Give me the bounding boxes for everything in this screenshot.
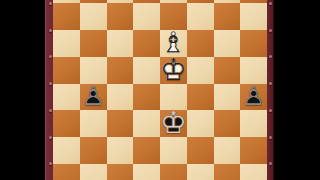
frame-stud bbox=[49, 109, 52, 112]
black-pawn-piece: ♟♙ bbox=[240, 84, 267, 111]
square-h5[interactable] bbox=[240, 57, 267, 84]
square-f5[interactable] bbox=[187, 57, 214, 84]
square-a6[interactable] bbox=[53, 30, 80, 57]
square-e3[interactable]: ♚♔ bbox=[160, 110, 187, 137]
white-bishop-glyph: ♝ bbox=[160, 29, 187, 56]
square-b7[interactable] bbox=[80, 3, 107, 30]
square-e4[interactable] bbox=[160, 84, 187, 111]
square-b1[interactable] bbox=[80, 164, 107, 180]
white-king-glyph: ♚ bbox=[160, 56, 187, 83]
square-e7[interactable] bbox=[160, 3, 187, 30]
square-a2[interactable] bbox=[53, 137, 80, 164]
square-c5[interactable] bbox=[107, 57, 134, 84]
square-h2[interactable] bbox=[240, 137, 267, 164]
square-g2[interactable] bbox=[214, 137, 241, 164]
black-king-glyph: ♚ bbox=[160, 109, 187, 136]
frame-stud bbox=[49, 2, 52, 5]
square-b4[interactable]: ♟♙ bbox=[80, 84, 107, 111]
black-pawn-glyph: ♟ bbox=[80, 83, 107, 110]
square-h3[interactable] bbox=[240, 110, 267, 137]
frame-stud bbox=[269, 109, 272, 112]
square-b3[interactable] bbox=[80, 110, 107, 137]
square-h7[interactable] bbox=[240, 3, 267, 30]
square-d6[interactable] bbox=[133, 30, 160, 57]
white-bishop-outline: ♗ bbox=[160, 29, 187, 56]
square-g1[interactable] bbox=[214, 164, 241, 180]
square-h4[interactable]: ♟♙ bbox=[240, 84, 267, 111]
frame-stud bbox=[269, 82, 272, 85]
square-b5[interactable] bbox=[80, 57, 107, 84]
square-d4[interactable] bbox=[133, 84, 160, 111]
square-f6[interactable] bbox=[187, 30, 214, 57]
square-d1[interactable] bbox=[133, 164, 160, 180]
frame-stud bbox=[49, 55, 52, 58]
white-bishop-piece: ♝♗ bbox=[160, 30, 187, 57]
frame-stud bbox=[49, 136, 52, 139]
white-king-piece: ♚♔ bbox=[160, 57, 187, 84]
black-pawn-glyph: ♟ bbox=[240, 83, 267, 110]
chess-board-frame: ♝♗♚♔♟♙♟♙♚♔ bbox=[45, 0, 274, 180]
square-b2[interactable] bbox=[80, 137, 107, 164]
square-f3[interactable] bbox=[187, 110, 214, 137]
square-b6[interactable] bbox=[80, 30, 107, 57]
black-pawn-outline: ♙ bbox=[80, 83, 107, 110]
square-f1[interactable] bbox=[187, 164, 214, 180]
square-a5[interactable] bbox=[53, 57, 80, 84]
square-g6[interactable] bbox=[214, 30, 241, 57]
square-c1[interactable] bbox=[107, 164, 134, 180]
frame-stud bbox=[49, 162, 52, 165]
square-g7[interactable] bbox=[214, 3, 241, 30]
square-h1[interactable] bbox=[240, 164, 267, 180]
square-a3[interactable] bbox=[53, 110, 80, 137]
square-c6[interactable] bbox=[107, 30, 134, 57]
square-f7[interactable] bbox=[187, 3, 214, 30]
square-a4[interactable] bbox=[53, 84, 80, 111]
square-c4[interactable] bbox=[107, 84, 134, 111]
frame-stud bbox=[269, 55, 272, 58]
square-g4[interactable] bbox=[214, 84, 241, 111]
square-a1[interactable] bbox=[53, 164, 80, 180]
square-g5[interactable] bbox=[214, 57, 241, 84]
square-e2[interactable] bbox=[160, 137, 187, 164]
frame-stud bbox=[269, 136, 272, 139]
square-h6[interactable] bbox=[240, 30, 267, 57]
square-c2[interactable] bbox=[107, 137, 134, 164]
square-a7[interactable] bbox=[53, 3, 80, 30]
square-g3[interactable] bbox=[214, 110, 241, 137]
square-d7[interactable] bbox=[133, 3, 160, 30]
square-f4[interactable] bbox=[187, 84, 214, 111]
frame-stud bbox=[49, 29, 52, 32]
frame-stud bbox=[269, 2, 272, 5]
chess-board: ♝♗♚♔♟♙♟♙♚♔ bbox=[53, 0, 267, 180]
black-king-outline: ♔ bbox=[160, 109, 187, 136]
square-e6[interactable]: ♝♗ bbox=[160, 30, 187, 57]
square-e1[interactable] bbox=[160, 164, 187, 180]
frame-stud bbox=[269, 162, 272, 165]
black-pawn-outline: ♙ bbox=[240, 83, 267, 110]
square-d2[interactable] bbox=[133, 137, 160, 164]
frame-stud bbox=[269, 29, 272, 32]
video-frame: ♝♗♚♔♟♙♟♙♚♔ bbox=[0, 0, 320, 180]
black-pawn-piece: ♟♙ bbox=[80, 84, 107, 111]
black-king-piece: ♚♔ bbox=[160, 110, 187, 137]
square-d3[interactable] bbox=[133, 110, 160, 137]
square-f2[interactable] bbox=[187, 137, 214, 164]
frame-stud bbox=[49, 82, 52, 85]
white-king-outline: ♔ bbox=[160, 56, 187, 83]
square-d5[interactable] bbox=[133, 57, 160, 84]
square-e5[interactable]: ♚♔ bbox=[160, 57, 187, 84]
square-c7[interactable] bbox=[107, 3, 134, 30]
square-c3[interactable] bbox=[107, 110, 134, 137]
